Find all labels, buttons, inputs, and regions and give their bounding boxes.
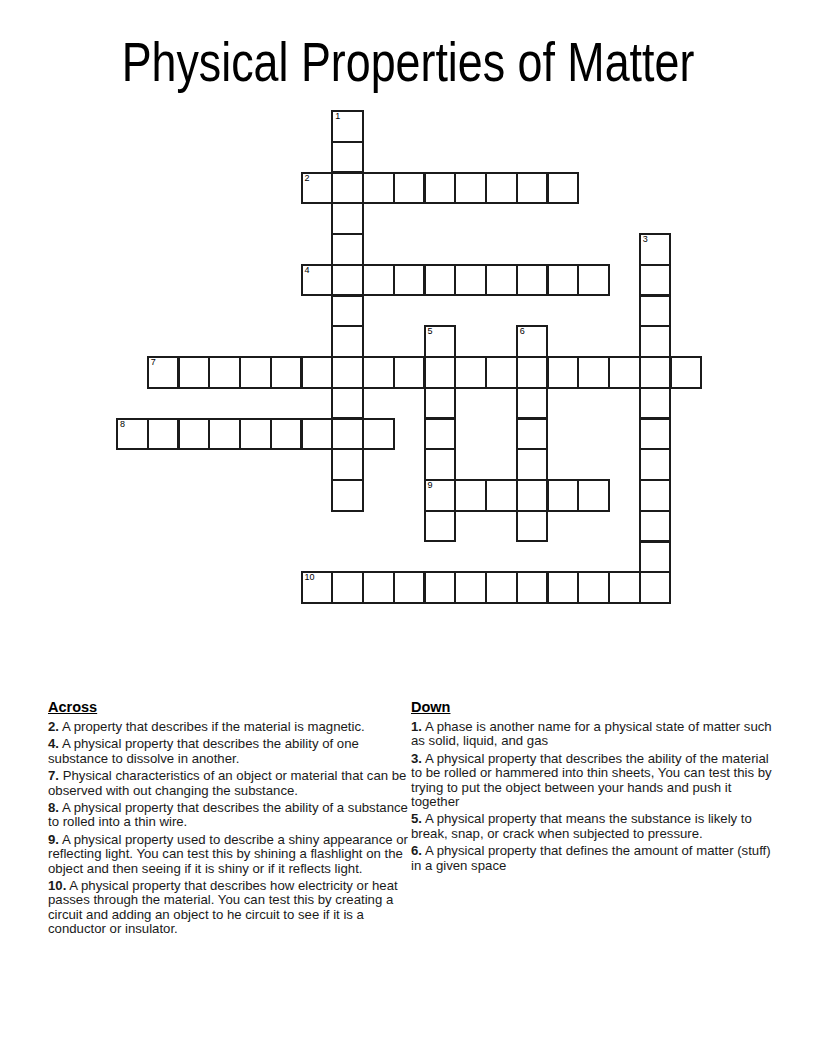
- grid-cell[interactable]: [516, 387, 549, 420]
- grid-cell[interactable]: [393, 356, 426, 389]
- clue-text: Physical characteristics of an object or…: [48, 768, 406, 797]
- grid-cell[interactable]: [208, 418, 241, 451]
- grid-cell[interactable]: [147, 418, 180, 451]
- crossword-grid: 12345967810: [116, 110, 701, 603]
- clue-item: 6. A physical property that defines the …: [411, 844, 773, 873]
- grid-cell[interactable]: [424, 387, 457, 420]
- clue-text: A physical property that describes how e…: [48, 878, 398, 936]
- grid-cell[interactable]: [639, 479, 672, 512]
- down-clues-section: Down 1. A phase is another name for a ph…: [411, 699, 773, 876]
- grid-cell[interactable]: [639, 264, 672, 297]
- grid-cell[interactable]: [608, 571, 641, 604]
- grid-cell[interactable]: [639, 325, 672, 358]
- grid-cell[interactable]: [577, 479, 610, 512]
- grid-cell[interactable]: [516, 510, 549, 543]
- grid-cell[interactable]: [516, 418, 549, 451]
- grid-cell[interactable]: [239, 356, 272, 389]
- grid-cell[interactable]: [362, 172, 395, 205]
- grid-cell[interactable]: 2: [301, 172, 334, 205]
- grid-cell[interactable]: [670, 356, 703, 389]
- grid-cell[interactable]: [485, 356, 518, 389]
- grid-cell[interactable]: [301, 356, 334, 389]
- grid-cell[interactable]: [362, 264, 395, 297]
- grid-cell[interactable]: [424, 418, 457, 451]
- grid-cell[interactable]: 6: [516, 325, 549, 358]
- grid-cell[interactable]: 7: [147, 356, 180, 389]
- clue-text: A physical property used to describe a s…: [48, 832, 408, 876]
- clue-text: A phase is another name for a physical s…: [411, 719, 772, 748]
- grid-cell[interactable]: [424, 510, 457, 543]
- grid-cell[interactable]: [331, 325, 364, 358]
- grid-cell[interactable]: [393, 571, 426, 604]
- grid-cell[interactable]: [331, 202, 364, 235]
- clue-number: 5.: [411, 811, 422, 826]
- grid-cell[interactable]: [393, 172, 426, 205]
- grid-cell[interactable]: 1: [331, 110, 364, 143]
- grid-cell[interactable]: 10: [301, 571, 334, 604]
- grid-cell[interactable]: [331, 387, 364, 420]
- grid-cell[interactable]: [424, 356, 457, 389]
- grid-cell[interactable]: [516, 172, 549, 205]
- grid-cell[interactable]: [393, 264, 426, 297]
- grid-cell[interactable]: [331, 295, 364, 328]
- clue-item: 7. Physical characteristics of an object…: [48, 769, 408, 798]
- grid-cell[interactable]: [424, 448, 457, 481]
- grid-cell[interactable]: [577, 571, 610, 604]
- grid-cell[interactable]: 4: [301, 264, 334, 297]
- grid-cell[interactable]: [362, 356, 395, 389]
- grid-cell[interactable]: [485, 172, 518, 205]
- grid-cell[interactable]: [331, 264, 364, 297]
- grid-cell[interactable]: [270, 356, 303, 389]
- grid-cell[interactable]: [485, 479, 518, 512]
- grid-cell[interactable]: [331, 233, 364, 266]
- clue-number: 9.: [48, 832, 59, 847]
- grid-cell[interactable]: [639, 356, 672, 389]
- grid-cell[interactable]: [424, 172, 457, 205]
- grid-cell[interactable]: [424, 571, 457, 604]
- clue-text: A physical property that describes the a…: [411, 751, 772, 809]
- down-clue-list: 1. A phase is another name for a physica…: [411, 720, 773, 873]
- grid-cell[interactable]: [516, 571, 549, 604]
- clue-text: A property that describes if the materia…: [59, 719, 365, 734]
- grid-cell[interactable]: 3: [639, 233, 672, 266]
- grid-cell[interactable]: [639, 510, 672, 543]
- grid-cell[interactable]: [331, 448, 364, 481]
- down-heading: Down: [411, 699, 773, 715]
- grid-cell[interactable]: [178, 356, 211, 389]
- grid-cell[interactable]: [454, 479, 487, 512]
- grid-cell[interactable]: [516, 479, 549, 512]
- clue-item: 3. A physical property that describes th…: [411, 752, 773, 810]
- clue-item: 10. A physical property that describes h…: [48, 879, 408, 937]
- cell-number: 8: [120, 419, 125, 430]
- grid-cell[interactable]: [208, 356, 241, 389]
- clue-item: 4. A physical property that describes th…: [48, 737, 408, 766]
- grid-cell[interactable]: [639, 387, 672, 420]
- grid-cell[interactable]: [485, 264, 518, 297]
- grid-cell[interactable]: 5: [424, 325, 457, 358]
- clue-text: A physical property that defines the amo…: [411, 843, 771, 872]
- grid-cell[interactable]: [301, 418, 334, 451]
- grid-cell[interactable]: [547, 479, 580, 512]
- clue-number: 6.: [411, 843, 422, 858]
- grid-cell[interactable]: [454, 356, 487, 389]
- grid-cell[interactable]: [424, 264, 457, 297]
- clue-number: 10.: [48, 878, 66, 893]
- grid-cell[interactable]: [639, 448, 672, 481]
- cell-number: 6: [520, 326, 525, 337]
- grid-cell[interactable]: [547, 264, 580, 297]
- clue-number: 8.: [48, 800, 59, 815]
- grid-cell[interactable]: [331, 356, 364, 389]
- grid-cell[interactable]: [331, 479, 364, 512]
- cell-number: 5: [428, 326, 433, 337]
- grid-cell[interactable]: [454, 264, 487, 297]
- worksheet-page: { "game": "crossword", "page_title": "Ph…: [0, 0, 816, 1056]
- clue-number: 3.: [411, 751, 422, 766]
- cell-number: 9: [428, 480, 433, 491]
- cell-number: 3: [643, 234, 648, 245]
- grid-cell[interactable]: [331, 141, 364, 174]
- grid-cell[interactable]: [577, 264, 610, 297]
- grid-cell[interactable]: [331, 571, 364, 604]
- page-title: Physical Properties of Matter: [82, 33, 735, 92]
- grid-cell[interactable]: [639, 418, 672, 451]
- clue-text: A physical property that describes the a…: [48, 736, 359, 765]
- across-clues-section: Across 2. A property that describes if t…: [48, 699, 408, 940]
- grid-cell[interactable]: [639, 541, 672, 574]
- grid-cell[interactable]: [362, 571, 395, 604]
- grid-cell[interactable]: [547, 571, 580, 604]
- clue-number: 1.: [411, 719, 422, 734]
- grid-cell[interactable]: [454, 172, 487, 205]
- grid-cell[interactable]: [239, 418, 272, 451]
- grid-cell[interactable]: [178, 418, 211, 451]
- grid-cell[interactable]: [485, 571, 518, 604]
- grid-cell[interactable]: [577, 356, 610, 389]
- clue-number: 2.: [48, 719, 59, 734]
- grid-cell[interactable]: [639, 295, 672, 328]
- clue-text: A physical property that describes the a…: [48, 800, 408, 829]
- grid-cell[interactable]: [516, 264, 549, 297]
- clue-number: 7.: [48, 768, 59, 783]
- across-heading: Across: [48, 699, 408, 715]
- clue-number: 4.: [48, 736, 59, 751]
- cell-number: 4: [305, 265, 310, 276]
- grid-cell[interactable]: [547, 172, 580, 205]
- cell-number: 1: [335, 111, 340, 122]
- cell-number: 10: [305, 572, 315, 583]
- clue-item: 2. A property that describes if the mate…: [48, 720, 408, 734]
- grid-cell[interactable]: 9: [424, 479, 457, 512]
- cell-number: 2: [305, 173, 310, 184]
- clue-item: 1. A phase is another name for a physica…: [411, 720, 773, 749]
- grid-cell[interactable]: [516, 448, 549, 481]
- grid-cell[interactable]: [362, 418, 395, 451]
- across-clue-list: 2. A property that describes if the mate…: [48, 720, 408, 937]
- grid-cell[interactable]: [547, 356, 580, 389]
- grid-cell[interactable]: [608, 356, 641, 389]
- clue-item: 9. A physical property used to describe …: [48, 833, 408, 876]
- grid-cell[interactable]: [331, 172, 364, 205]
- grid-cell[interactable]: [331, 418, 364, 451]
- grid-cell[interactable]: 8: [116, 418, 149, 451]
- clue-item: 5. A physical property that means the su…: [411, 812, 773, 841]
- grid-cell[interactable]: [639, 571, 672, 604]
- cell-number: 7: [151, 357, 156, 368]
- grid-cell[interactable]: [454, 571, 487, 604]
- clue-text: A physical property that means the subst…: [411, 811, 752, 840]
- grid-cell[interactable]: [270, 418, 303, 451]
- grid-cell[interactable]: [516, 356, 549, 389]
- clue-item: 8. A physical property that describes th…: [48, 801, 408, 830]
